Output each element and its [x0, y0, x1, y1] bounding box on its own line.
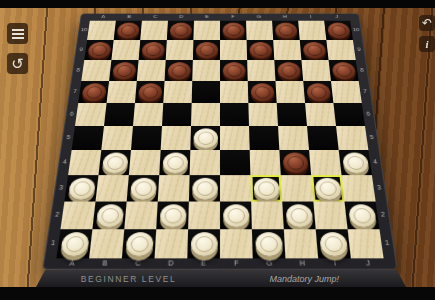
piece-white[interactable] [159, 204, 186, 227]
square-A4[interactable] [68, 150, 101, 175]
square-H9[interactable] [273, 40, 301, 60]
column-label: E [187, 260, 220, 268]
square-H7[interactable] [275, 81, 305, 103]
square-D2[interactable] [156, 202, 189, 230]
piece-white[interactable] [223, 204, 249, 227]
piece-dark[interactable] [195, 42, 217, 59]
row-label: 6 [364, 112, 373, 117]
square-C8[interactable] [137, 60, 166, 81]
square-H6[interactable] [277, 103, 307, 126]
piece-dark[interactable] [302, 42, 326, 59]
row-label: 5 [64, 135, 73, 140]
row-label: 9 [77, 48, 85, 53]
square-H8[interactable] [274, 60, 303, 81]
row-label: 10 [80, 28, 88, 32]
square-F10[interactable] [220, 21, 247, 40]
square-C10[interactable] [140, 21, 168, 40]
square-J9[interactable] [326, 40, 355, 60]
square-D10[interactable] [167, 21, 194, 40]
square-I9[interactable] [300, 40, 329, 60]
square-I7[interactable] [303, 81, 333, 103]
square-J4[interactable] [339, 150, 372, 175]
piece-white[interactable] [162, 152, 188, 173]
column-label: J [324, 15, 351, 20]
piece-white[interactable] [95, 204, 123, 227]
row-label: 5 [367, 135, 376, 140]
board-grid[interactable] [56, 21, 383, 259]
square-D1[interactable] [155, 229, 189, 258]
square-A5[interactable] [72, 126, 104, 150]
piece-white[interactable] [193, 128, 218, 148]
square-I2[interactable] [313, 202, 347, 230]
square-I5[interactable] [307, 126, 339, 150]
row-label: 2 [52, 212, 62, 218]
square-I4[interactable] [309, 150, 342, 175]
square-J7[interactable] [331, 81, 362, 103]
square-C7[interactable] [135, 81, 165, 103]
square-F7[interactable] [220, 81, 248, 103]
square-A9[interactable] [84, 40, 113, 60]
piece-dark[interactable] [249, 42, 272, 59]
undo-icon[interactable]: ↶ [419, 15, 435, 31]
square-E4[interactable] [190, 150, 220, 175]
row-label: 7 [361, 90, 369, 95]
square-B2[interactable] [92, 202, 126, 230]
piece-white[interactable] [130, 177, 157, 199]
piece-dark[interactable] [222, 62, 245, 79]
square-C9[interactable] [139, 40, 167, 60]
square-F3[interactable] [220, 175, 251, 201]
level-label: BEGINNER LEVEL [81, 274, 177, 284]
square-E2[interactable] [188, 202, 220, 230]
piece-dark[interactable] [169, 22, 191, 38]
row-label: 8 [358, 68, 366, 73]
square-H10[interactable] [272, 21, 300, 40]
square-D5[interactable] [161, 126, 191, 150]
square-H4[interactable] [279, 150, 311, 175]
piece-white[interactable] [60, 232, 90, 256]
piece-white[interactable] [314, 177, 342, 199]
column-label: G [246, 15, 272, 20]
bottom-bar [0, 287, 435, 300]
column-label: B [88, 260, 122, 268]
square-D9[interactable] [166, 40, 194, 60]
piece-white[interactable] [347, 204, 376, 227]
status-message: Mandatory Jump! [269, 274, 339, 284]
row-label: 1 [48, 240, 58, 247]
menu-icon[interactable] [7, 23, 28, 44]
square-C1[interactable] [122, 229, 156, 258]
board-front-edge: BEGINNER LEVEL Mandatory Jump! [36, 270, 406, 287]
column-label: G [253, 260, 286, 268]
square-F8[interactable] [220, 60, 248, 81]
piece-dark[interactable] [277, 62, 301, 79]
row-label: 9 [355, 48, 363, 53]
square-I8[interactable] [301, 60, 331, 81]
square-G10[interactable] [246, 21, 273, 40]
square-D4[interactable] [159, 150, 190, 175]
square-F2[interactable] [220, 202, 252, 230]
square-I1[interactable] [316, 229, 351, 258]
square-E6[interactable] [191, 103, 220, 126]
square-I10[interactable] [298, 21, 326, 40]
square-F1[interactable] [220, 229, 253, 258]
piece-white[interactable] [255, 232, 283, 256]
square-D3[interactable] [158, 175, 190, 201]
square-G9[interactable] [247, 40, 275, 60]
square-J8[interactable] [329, 60, 359, 81]
square-H2[interactable] [282, 202, 315, 230]
column-labels-bottom: ABCDEFGHIJ [55, 260, 385, 268]
piece-dark[interactable] [112, 62, 136, 79]
square-B10[interactable] [114, 21, 142, 40]
square-E5[interactable] [190, 126, 220, 150]
top-bar [0, 0, 435, 8]
square-C3[interactable] [127, 175, 160, 201]
square-A6[interactable] [75, 103, 107, 126]
square-J6[interactable] [333, 103, 365, 126]
piece-dark[interactable] [282, 152, 308, 173]
square-E8[interactable] [192, 60, 220, 81]
info-icon[interactable]: i [419, 36, 435, 52]
piece-dark[interactable] [116, 22, 139, 38]
column-label: D [154, 260, 187, 268]
square-E10[interactable] [193, 21, 220, 40]
row-label: 10 [352, 28, 360, 32]
square-D6[interactable] [162, 103, 192, 126]
piece-white[interactable] [192, 177, 218, 199]
square-B8[interactable] [109, 60, 139, 81]
square-I3[interactable] [311, 175, 344, 201]
square-B3[interactable] [96, 175, 129, 201]
row-label: 2 [378, 212, 388, 218]
square-B4[interactable] [98, 150, 131, 175]
column-label: E [194, 15, 220, 20]
square-J1[interactable] [348, 229, 384, 258]
board[interactable]: ABCDEFGHIJ ABCDEFGHIJ 10987654321 109876… [42, 14, 397, 270]
square-F5[interactable] [220, 126, 250, 150]
column-label: H [286, 260, 319, 268]
piece-white[interactable] [190, 232, 217, 256]
column-label: C [121, 260, 154, 268]
square-D8[interactable] [165, 60, 193, 81]
row-label: 7 [71, 90, 79, 95]
square-G1[interactable] [252, 229, 286, 258]
square-D7[interactable] [163, 81, 192, 103]
row-label: 3 [374, 185, 383, 191]
piece-white[interactable] [67, 177, 95, 199]
piece-dark[interactable] [87, 42, 111, 59]
square-I6[interactable] [305, 103, 336, 126]
piece-dark[interactable] [222, 22, 244, 38]
square-E7[interactable] [192, 81, 220, 103]
column-label: J [351, 260, 385, 268]
square-B5[interactable] [101, 126, 133, 150]
row-label: 3 [56, 185, 65, 191]
column-label: A [90, 15, 117, 20]
piece-dark[interactable] [138, 83, 162, 101]
square-G8[interactable] [247, 60, 275, 81]
column-label: I [298, 15, 324, 20]
square-A3[interactable] [64, 175, 98, 201]
square-E9[interactable] [193, 40, 220, 60]
column-labels-top: ABCDEFGHIJ [90, 15, 350, 20]
piece-dark[interactable] [250, 83, 274, 101]
square-F6[interactable] [220, 103, 249, 126]
piece-white[interactable] [253, 177, 279, 199]
square-C5[interactable] [131, 126, 162, 150]
row-label: 4 [371, 160, 380, 166]
square-C6[interactable] [133, 103, 163, 126]
square-G7[interactable] [248, 81, 277, 103]
square-C4[interactable] [129, 150, 161, 175]
square-E3[interactable] [189, 175, 220, 201]
piece-dark[interactable] [141, 42, 164, 59]
column-label: F [220, 260, 253, 268]
piece-dark[interactable] [306, 83, 331, 101]
row-label: 6 [67, 112, 76, 117]
checkers-app: ABCDEFGHIJ ABCDEFGHIJ 10987654321 109876… [0, 0, 435, 300]
column-label: H [272, 15, 298, 20]
hamburger-bars [12, 29, 24, 31]
square-H1[interactable] [284, 229, 318, 258]
square-J5[interactable] [336, 126, 368, 150]
column-label: D [168, 15, 194, 20]
piece-white[interactable] [285, 204, 313, 227]
square-A10[interactable] [87, 21, 116, 40]
column-label: B [116, 15, 142, 20]
square-G3[interactable] [250, 175, 282, 201]
square-A7[interactable] [78, 81, 109, 103]
column-label: F [220, 15, 246, 20]
column-label: A [55, 260, 89, 268]
piece-dark[interactable] [167, 62, 190, 79]
column-label: C [142, 15, 168, 20]
piece-dark[interactable] [327, 22, 351, 38]
piece-white[interactable] [125, 232, 153, 256]
piece-white[interactable] [319, 232, 348, 256]
square-E1[interactable] [187, 229, 220, 258]
square-B6[interactable] [104, 103, 135, 126]
square-G6[interactable] [248, 103, 278, 126]
square-A1[interactable] [56, 229, 92, 258]
piece-dark[interactable] [81, 83, 107, 101]
reset-icon[interactable]: ↺ [7, 53, 28, 74]
square-B7[interactable] [107, 81, 137, 103]
row-label: 4 [60, 160, 69, 166]
column-label: I [318, 260, 352, 268]
piece-dark[interactable] [331, 62, 356, 79]
square-A8[interactable] [81, 60, 111, 81]
piece-white[interactable] [341, 152, 368, 173]
square-J3[interactable] [342, 175, 376, 201]
square-G5[interactable] [249, 126, 279, 150]
row-label: 1 [382, 240, 392, 247]
piece-dark[interactable] [274, 22, 297, 38]
square-G2[interactable] [251, 202, 284, 230]
row-label: 8 [74, 68, 82, 73]
square-B9[interactable] [111, 40, 140, 60]
piece-white[interactable] [101, 152, 128, 173]
square-H5[interactable] [278, 126, 309, 150]
square-J10[interactable] [324, 21, 353, 40]
square-F4[interactable] [220, 150, 250, 175]
square-G4[interactable] [250, 150, 281, 175]
square-H3[interactable] [281, 175, 314, 201]
square-J2[interactable] [344, 202, 379, 230]
square-F9[interactable] [220, 40, 247, 60]
square-A2[interactable] [60, 202, 95, 230]
square-C2[interactable] [124, 202, 157, 230]
square-B1[interactable] [89, 229, 124, 258]
